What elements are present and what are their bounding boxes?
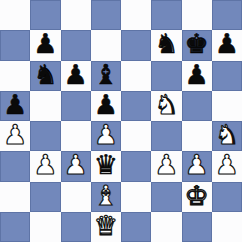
square-e7[interactable] xyxy=(121,30,151,60)
black-pawn[interactable]: ♟ xyxy=(64,61,88,90)
square-e8[interactable] xyxy=(121,0,151,30)
square-a2[interactable] xyxy=(0,182,30,212)
white-knight[interactable]: ♞ xyxy=(154,91,178,120)
black-pawn[interactable]: ♟ xyxy=(185,61,209,90)
square-f2[interactable] xyxy=(151,182,181,212)
square-g8[interactable] xyxy=(182,0,212,30)
square-h7[interactable]: ♟ xyxy=(212,30,242,60)
square-h2[interactable] xyxy=(212,182,242,212)
square-f3[interactable]: ♟ xyxy=(151,151,181,181)
square-b5[interactable] xyxy=(30,91,60,121)
white-king[interactable]: ♚ xyxy=(185,182,209,211)
square-h1[interactable] xyxy=(212,212,242,242)
square-a3[interactable] xyxy=(0,151,30,181)
square-f5[interactable]: ♞ xyxy=(151,91,181,121)
square-g6[interactable]: ♟ xyxy=(182,61,212,91)
square-c8[interactable] xyxy=(61,0,91,30)
square-a5[interactable]: ♟ xyxy=(0,91,30,121)
square-f8[interactable] xyxy=(151,0,181,30)
square-g7[interactable]: ♚ xyxy=(182,30,212,60)
square-e5[interactable] xyxy=(121,91,151,121)
square-e3[interactable] xyxy=(121,151,151,181)
square-h6[interactable] xyxy=(212,61,242,91)
square-e4[interactable] xyxy=(121,121,151,151)
white-pawn[interactable]: ♟ xyxy=(64,151,88,180)
black-bishop[interactable]: ♝ xyxy=(94,61,118,90)
black-pawn[interactable]: ♟ xyxy=(33,30,57,59)
square-c4[interactable] xyxy=(61,121,91,151)
white-pawn[interactable]: ♟ xyxy=(94,121,118,150)
square-a8[interactable] xyxy=(0,0,30,30)
white-knight[interactable]: ♞ xyxy=(215,121,239,150)
square-b8[interactable] xyxy=(30,0,60,30)
square-h5[interactable] xyxy=(212,91,242,121)
white-pawn[interactable]: ♟ xyxy=(3,121,27,150)
square-b1[interactable] xyxy=(30,212,60,242)
square-a4[interactable]: ♟ xyxy=(0,121,30,151)
white-bishop[interactable]: ♝ xyxy=(94,182,118,211)
square-b6[interactable]: ♞ xyxy=(30,61,60,91)
square-g1[interactable] xyxy=(182,212,212,242)
square-h8[interactable] xyxy=(212,0,242,30)
black-knight[interactable]: ♞ xyxy=(33,61,57,90)
square-d4[interactable]: ♟ xyxy=(91,121,121,151)
black-queen[interactable]: ♛ xyxy=(94,151,118,180)
black-king[interactable]: ♚ xyxy=(185,30,209,59)
square-a1[interactable] xyxy=(0,212,30,242)
square-b3[interactable]: ♟ xyxy=(30,151,60,181)
square-d6[interactable]: ♝ xyxy=(91,61,121,91)
square-b7[interactable]: ♟ xyxy=(30,30,60,60)
black-pawn[interactable]: ♟ xyxy=(3,91,27,120)
square-h4[interactable]: ♞ xyxy=(212,121,242,151)
square-h3[interactable]: ♟ xyxy=(212,151,242,181)
white-pawn[interactable]: ♟ xyxy=(185,151,209,180)
square-f1[interactable] xyxy=(151,212,181,242)
chess-board: ♟♞♚♟♞♟♝♟♟♟♞♟♟♞♟♟♛♟♟♟♝♚♛ xyxy=(0,0,242,242)
square-b2[interactable] xyxy=(30,182,60,212)
square-g2[interactable]: ♚ xyxy=(182,182,212,212)
square-c2[interactable] xyxy=(61,182,91,212)
square-d7[interactable] xyxy=(91,30,121,60)
square-c1[interactable] xyxy=(61,212,91,242)
square-d5[interactable]: ♟ xyxy=(91,91,121,121)
square-a6[interactable] xyxy=(0,61,30,91)
black-pawn[interactable]: ♟ xyxy=(215,30,239,59)
square-g5[interactable] xyxy=(182,91,212,121)
square-e2[interactable] xyxy=(121,182,151,212)
square-d2[interactable]: ♝ xyxy=(91,182,121,212)
square-g4[interactable] xyxy=(182,121,212,151)
white-pawn[interactable]: ♟ xyxy=(154,151,178,180)
black-pawn[interactable]: ♟ xyxy=(94,91,118,120)
square-c6[interactable]: ♟ xyxy=(61,61,91,91)
square-f6[interactable] xyxy=(151,61,181,91)
square-b4[interactable] xyxy=(30,121,60,151)
square-d8[interactable] xyxy=(91,0,121,30)
square-f7[interactable]: ♞ xyxy=(151,30,181,60)
white-pawn[interactable]: ♟ xyxy=(215,151,239,180)
square-c5[interactable] xyxy=(61,91,91,121)
square-f4[interactable] xyxy=(151,121,181,151)
white-pawn[interactable]: ♟ xyxy=(33,151,57,180)
square-c3[interactable]: ♟ xyxy=(61,151,91,181)
square-d3[interactable]: ♛ xyxy=(91,151,121,181)
square-a7[interactable] xyxy=(0,30,30,60)
square-c7[interactable] xyxy=(61,30,91,60)
square-d1[interactable]: ♛ xyxy=(91,212,121,242)
white-queen[interactable]: ♛ xyxy=(94,212,118,241)
square-e6[interactable] xyxy=(121,61,151,91)
black-knight[interactable]: ♞ xyxy=(154,30,178,59)
square-g3[interactable]: ♟ xyxy=(182,151,212,181)
square-e1[interactable] xyxy=(121,212,151,242)
